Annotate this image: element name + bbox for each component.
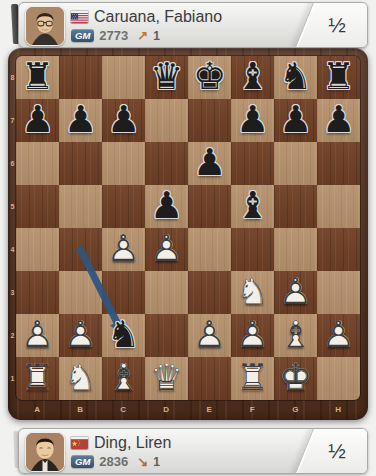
piece-white-pawn-h2[interactable]: ♟♙ xyxy=(317,314,360,357)
piece-black-pawn-b7[interactable]: ♟ xyxy=(59,99,102,142)
square-c6[interactable] xyxy=(102,142,145,185)
square-c5[interactable] xyxy=(102,185,145,228)
square-g6[interactable] xyxy=(274,142,317,185)
rating-trend-down-icon: ↘ xyxy=(137,454,148,469)
square-c4[interactable]: ♟♙ xyxy=(102,228,145,271)
player-name: Caruana, Fabiano xyxy=(94,8,222,26)
player-rating: 2773 xyxy=(99,28,128,43)
square-d5[interactable]: ♟ xyxy=(145,185,188,228)
square-f8[interactable]: ♝ xyxy=(231,56,274,99)
piece-black-pawn-c7[interactable]: ♟ xyxy=(102,99,145,142)
flag-us-icon xyxy=(71,11,88,23)
square-g4[interactable] xyxy=(274,228,317,271)
square-h4[interactable] xyxy=(317,228,360,271)
square-c7[interactable]: ♟ xyxy=(102,99,145,142)
file-label-f: F xyxy=(231,400,274,420)
square-b2[interactable]: ♟♙ xyxy=(59,314,102,357)
square-f3[interactable]: ♞♘ xyxy=(231,271,274,314)
file-label-a: A xyxy=(16,400,59,420)
square-g3[interactable]: ♟♙ xyxy=(274,271,317,314)
square-h2[interactable]: ♟♙ xyxy=(317,314,360,357)
square-g2[interactable]: ♝♗ xyxy=(274,314,317,357)
square-g5[interactable] xyxy=(274,185,317,228)
square-a6[interactable] xyxy=(16,142,59,185)
square-f6[interactable] xyxy=(231,142,274,185)
square-a4[interactable] xyxy=(16,228,59,271)
player-score: ½ xyxy=(319,429,355,473)
square-d6[interactable] xyxy=(145,142,188,185)
square-d3[interactable] xyxy=(145,271,188,314)
square-a1[interactable]: ♜♖ xyxy=(16,357,59,400)
piece-black-rook-a8[interactable]: ♜ xyxy=(16,56,59,99)
square-e1[interactable] xyxy=(188,357,231,400)
square-h5[interactable] xyxy=(317,185,360,228)
piece-white-pawn-g3[interactable]: ♟♙ xyxy=(274,271,317,314)
piece-white-pawn-e2[interactable]: ♟♙ xyxy=(188,314,231,357)
rank-labels: 87654321 xyxy=(8,56,16,400)
piece-black-queen-d8[interactable]: ♛ xyxy=(145,56,188,99)
square-g8[interactable]: ♞ xyxy=(274,56,317,99)
square-c3[interactable] xyxy=(102,271,145,314)
piece-white-queen-d1[interactable]: ♛♕ xyxy=(145,357,188,400)
piece-white-pawn-a2[interactable]: ♟♙ xyxy=(16,314,59,357)
square-f1[interactable]: ♜♖ xyxy=(231,357,274,400)
piece-black-rook-h8[interactable]: ♜ xyxy=(317,56,360,99)
piece-black-pawn-a7[interactable]: ♟ xyxy=(16,99,59,142)
square-e5[interactable] xyxy=(188,185,231,228)
square-d7[interactable] xyxy=(145,99,188,142)
square-e2[interactable]: ♟♙ xyxy=(188,314,231,357)
piece-black-bishop-f8[interactable]: ♝ xyxy=(231,56,274,99)
square-e3[interactable] xyxy=(188,271,231,314)
piece-white-rook-f1[interactable]: ♜♖ xyxy=(231,357,274,400)
square-a2[interactable]: ♟♙ xyxy=(16,314,59,357)
rating-trend-up-icon: ↗ xyxy=(137,28,148,43)
rating-change-value: 1 xyxy=(153,455,160,469)
square-a5[interactable] xyxy=(16,185,59,228)
rating-change-value: 1 xyxy=(153,29,160,43)
piece-black-pawn-f7[interactable]: ♟ xyxy=(231,99,274,142)
rank-label-3: 3 xyxy=(8,271,17,314)
piece-black-pawn-d5[interactable]: ♟ xyxy=(145,185,188,228)
square-b7[interactable]: ♟ xyxy=(59,99,102,142)
piece-white-pawn-d4[interactable]: ♟♙ xyxy=(145,228,188,271)
piece-white-rook-a1[interactable]: ♜♖ xyxy=(16,357,59,400)
square-a7[interactable]: ♟ xyxy=(16,99,59,142)
square-b6[interactable] xyxy=(59,142,102,185)
player-info: Caruana, Fabiano GM 2773 ↗ 1 xyxy=(71,3,267,47)
square-d2[interactable] xyxy=(145,314,188,357)
piece-white-bishop-g2[interactable]: ♝♗ xyxy=(274,314,317,357)
square-b3[interactable] xyxy=(59,271,102,314)
player-rating: 2836 xyxy=(99,454,128,469)
square-h3[interactable] xyxy=(317,271,360,314)
player-avatar-caruana xyxy=(25,6,65,46)
square-b1[interactable]: ♞♘ xyxy=(59,357,102,400)
piece-black-knight-g8[interactable]: ♞ xyxy=(274,56,317,99)
title-badge: GM xyxy=(71,29,94,42)
board-squares-area: ♜♛♚♝♞♜♟♟♟♟♟♟♟♟♝♟♙♟♙♞♘♟♙♟♙♟♙♞♟♙♟♙♝♗♟♙♜♖♞♘… xyxy=(16,56,360,400)
square-d8[interactable]: ♛ xyxy=(145,56,188,99)
piece-white-bishop-c1[interactable]: ♝♗ xyxy=(102,357,145,400)
square-g1[interactable]: ♚♔ xyxy=(274,357,317,400)
piece-white-knight-b1[interactable]: ♞♘ xyxy=(59,357,102,400)
square-c8[interactable] xyxy=(102,56,145,99)
file-labels: ABCDEFGH xyxy=(16,400,360,420)
square-e8[interactable]: ♚ xyxy=(188,56,231,99)
square-d1[interactable]: ♛♕ xyxy=(145,357,188,400)
piece-white-pawn-c4[interactable]: ♟♙ xyxy=(102,228,145,271)
player-card-bottom[interactable]: Ding, Liren GM 2836 ↘ 1 ½ xyxy=(18,428,368,474)
player-name: Ding, Liren xyxy=(94,434,171,452)
piece-black-pawn-h7[interactable]: ♟ xyxy=(317,99,360,142)
rank-label-6: 6 xyxy=(8,142,17,185)
square-f5[interactable]: ♝ xyxy=(231,185,274,228)
file-label-h: H xyxy=(317,400,360,420)
file-label-b: B xyxy=(59,400,102,420)
rank-label-4: 4 xyxy=(8,228,17,271)
square-d4[interactable]: ♟♙ xyxy=(145,228,188,271)
square-h7[interactable]: ♟ xyxy=(317,99,360,142)
rank-label-5: 5 xyxy=(8,185,17,228)
piece-white-pawn-f2[interactable]: ♟♙ xyxy=(231,314,274,357)
file-label-c: C xyxy=(102,400,145,420)
player-score: ½ xyxy=(319,3,355,47)
square-e6[interactable]: ♟ xyxy=(188,142,231,185)
square-f2[interactable]: ♟♙ xyxy=(231,314,274,357)
squares-grid: ♜♛♚♝♞♜♟♟♟♟♟♟♟♟♝♟♙♟♙♞♘♟♙♟♙♟♙♞♟♙♟♙♝♗♟♙♜♖♞♘… xyxy=(16,56,360,400)
piece-black-king-e8[interactable]: ♚ xyxy=(188,56,231,99)
square-f7[interactable]: ♟ xyxy=(231,99,274,142)
player-avatar-ding xyxy=(25,432,65,472)
piece-white-pawn-b2[interactable]: ♟♙ xyxy=(59,314,102,357)
square-a8[interactable]: ♜ xyxy=(16,56,59,99)
square-h8[interactable]: ♜ xyxy=(317,56,360,99)
square-b4[interactable] xyxy=(59,228,102,271)
piece-white-king-g1[interactable]: ♚♔ xyxy=(274,357,317,400)
flag-cn-icon xyxy=(71,437,88,449)
file-label-d: D xyxy=(145,400,188,420)
square-c1[interactable]: ♝♗ xyxy=(102,357,145,400)
piece-black-pawn-g7[interactable]: ♟ xyxy=(274,99,317,142)
square-e4[interactable] xyxy=(188,228,231,271)
piece-black-pawn-e6[interactable]: ♟ xyxy=(188,142,231,185)
piece-white-knight-f3[interactable]: ♞♘ xyxy=(231,271,274,314)
square-b8[interactable] xyxy=(59,56,102,99)
file-label-g: G xyxy=(274,400,317,420)
piece-black-knight-c2[interactable]: ♞ xyxy=(102,314,145,357)
player-card-top[interactable]: Caruana, Fabiano GM 2773 ↗ 1 ½ xyxy=(18,2,368,48)
square-f4[interactable] xyxy=(231,228,274,271)
title-badge: GM xyxy=(71,455,94,468)
chess-board: ♜♛♚♝♞♜♟♟♟♟♟♟♟♟♝♟♙♟♙♞♘♟♙♟♙♟♙♞♟♙♟♙♝♗♟♙♜♖♞♘… xyxy=(8,48,368,420)
square-h6[interactable] xyxy=(317,142,360,185)
player-info: Ding, Liren GM 2836 ↘ 1 xyxy=(71,429,267,473)
square-g7[interactable]: ♟ xyxy=(274,99,317,142)
square-c2[interactable]: ♞ xyxy=(102,314,145,357)
square-e7[interactable] xyxy=(188,99,231,142)
file-label-e: E xyxy=(188,400,231,420)
square-a3[interactable] xyxy=(16,271,59,314)
square-h1[interactable] xyxy=(317,357,360,400)
piece-black-bishop-f5[interactable]: ♝ xyxy=(231,185,274,228)
square-b5[interactable] xyxy=(59,185,102,228)
